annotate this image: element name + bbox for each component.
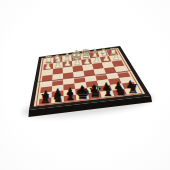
- piece-white-pawn-f2: ♟: [64, 58, 72, 68]
- photo-stage: ♜♞♝♚♛♝♞♜♟♟♟♟♟♟♟♟♟♟♟♟♟♟♟♟♜♞♝♚♛♝♞♜: [0, 0, 170, 170]
- piece-white-pawn-c2: ♟: [93, 55, 101, 65]
- piece-black-rook-a8: ♜: [128, 82, 139, 96]
- piece-black-knight-g8: ♞: [52, 90, 64, 105]
- chess-board-scene: ♜♞♝♚♛♝♞♜♟♟♟♟♟♟♟♟♟♟♟♟♟♟♟♟♜♞♝♚♛♝♞♜: [0, 0, 170, 170]
- piece-white-pawn-b2: ♟: [103, 53, 111, 63]
- piece-white-pawn-h2: ♟: [44, 61, 52, 71]
- piece-black-knight-b8: ♞: [115, 83, 127, 98]
- chess-set-photo: ♜♞♝♚♛♝♞♜♟♟♟♟♟♟♟♟♟♟♟♟♟♟♟♟♜♞♝♚♛♝♞♜: [0, 0, 170, 170]
- piece-white-pawn-d2: ♟: [83, 56, 91, 66]
- piece-white-pawn-e2: ♟: [73, 57, 81, 67]
- piece-black-rook-h8: ♜: [40, 92, 51, 106]
- piece-black-bishop-c8: ♝: [102, 83, 114, 99]
- piece-white-pawn-a2: ♟: [112, 52, 120, 62]
- piece-white-pawn-g2: ♟: [54, 60, 62, 70]
- piece-black-queen-d8: ♛: [88, 83, 102, 101]
